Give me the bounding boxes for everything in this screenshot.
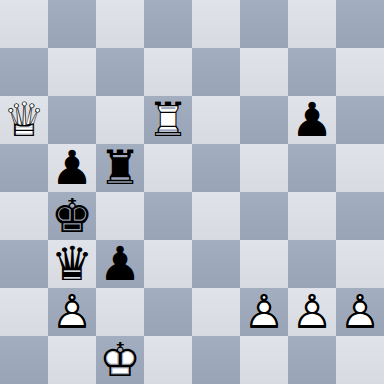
square-g4[interactable] — [288, 192, 336, 240]
square-h8[interactable] — [336, 0, 384, 48]
square-e2[interactable] — [192, 288, 240, 336]
square-b8[interactable] — [48, 0, 96, 48]
square-h1[interactable] — [336, 336, 384, 384]
square-e6[interactable] — [192, 96, 240, 144]
black-queen-icon: ♛ — [48, 240, 96, 288]
square-h5[interactable] — [336, 144, 384, 192]
square-f6[interactable] — [240, 96, 288, 144]
square-d2[interactable] — [144, 288, 192, 336]
square-c2[interactable] — [96, 288, 144, 336]
square-d8[interactable] — [144, 0, 192, 48]
square-b3[interactable]: ♛ — [48, 240, 96, 288]
chess-board-window: ♛♕♜♖♟♟♜♚♛♟♟♙♟♙♟♙♟♙♚♔ — [0, 0, 384, 384]
white-pawn-outline-icon: ♙ — [288, 288, 336, 336]
square-c4[interactable] — [96, 192, 144, 240]
square-g3[interactable] — [288, 240, 336, 288]
white-pawn-outline-icon: ♙ — [48, 288, 96, 336]
square-h4[interactable] — [336, 192, 384, 240]
square-d6[interactable]: ♜♖ — [144, 96, 192, 144]
square-b7[interactable] — [48, 48, 96, 96]
white-queen-outline-icon: ♕ — [0, 96, 48, 144]
square-g2[interactable]: ♟♙ — [288, 288, 336, 336]
square-c3[interactable]: ♟ — [96, 240, 144, 288]
white-pawn-g2[interactable]: ♟♙ — [288, 288, 336, 336]
square-d1[interactable] — [144, 336, 192, 384]
square-d7[interactable] — [144, 48, 192, 96]
square-a5[interactable] — [0, 144, 48, 192]
black-rook-c5[interactable]: ♜ — [96, 144, 144, 192]
square-a7[interactable] — [0, 48, 48, 96]
square-a8[interactable] — [0, 0, 48, 48]
square-c6[interactable] — [96, 96, 144, 144]
square-e1[interactable] — [192, 336, 240, 384]
square-c7[interactable] — [96, 48, 144, 96]
square-f3[interactable] — [240, 240, 288, 288]
black-pawn-icon: ♟ — [48, 144, 96, 192]
white-pawn-outline-icon: ♙ — [336, 288, 384, 336]
square-g7[interactable] — [288, 48, 336, 96]
black-pawn-g6[interactable]: ♟ — [288, 96, 336, 144]
square-g8[interactable] — [288, 0, 336, 48]
black-pawn-icon: ♟ — [96, 240, 144, 288]
square-a3[interactable] — [0, 240, 48, 288]
black-pawn-b5[interactable]: ♟ — [48, 144, 96, 192]
square-b6[interactable] — [48, 96, 96, 144]
square-a6[interactable]: ♛♕ — [0, 96, 48, 144]
square-b2[interactable]: ♟♙ — [48, 288, 96, 336]
white-rook-d6[interactable]: ♜♖ — [144, 96, 192, 144]
square-e5[interactable] — [192, 144, 240, 192]
square-b4[interactable]: ♚ — [48, 192, 96, 240]
white-rook-outline-icon: ♖ — [144, 96, 192, 144]
square-f2[interactable]: ♟♙ — [240, 288, 288, 336]
square-c1[interactable]: ♚♔ — [96, 336, 144, 384]
square-a2[interactable] — [0, 288, 48, 336]
square-f4[interactable] — [240, 192, 288, 240]
square-f5[interactable] — [240, 144, 288, 192]
square-g5[interactable] — [288, 144, 336, 192]
square-g1[interactable] — [288, 336, 336, 384]
square-h3[interactable] — [336, 240, 384, 288]
square-g6[interactable]: ♟ — [288, 96, 336, 144]
square-d3[interactable] — [144, 240, 192, 288]
square-e8[interactable] — [192, 0, 240, 48]
square-h6[interactable] — [336, 96, 384, 144]
white-queen-a6[interactable]: ♛♕ — [0, 96, 48, 144]
square-f1[interactable] — [240, 336, 288, 384]
square-f8[interactable] — [240, 0, 288, 48]
square-d5[interactable] — [144, 144, 192, 192]
chess-board: ♛♕♜♖♟♟♜♚♛♟♟♙♟♙♟♙♟♙♚♔ — [0, 0, 384, 384]
square-c5[interactable]: ♜ — [96, 144, 144, 192]
square-d4[interactable] — [144, 192, 192, 240]
square-a1[interactable] — [0, 336, 48, 384]
black-king-icon: ♚ — [48, 192, 96, 240]
white-pawn-f2[interactable]: ♟♙ — [240, 288, 288, 336]
white-king-c1[interactable]: ♚♔ — [96, 336, 144, 384]
black-rook-icon: ♜ — [96, 144, 144, 192]
black-pawn-icon: ♟ — [288, 96, 336, 144]
square-f7[interactable] — [240, 48, 288, 96]
square-e7[interactable] — [192, 48, 240, 96]
white-king-outline-icon: ♔ — [96, 336, 144, 384]
square-e4[interactable] — [192, 192, 240, 240]
white-pawn-b2[interactable]: ♟♙ — [48, 288, 96, 336]
square-b1[interactable] — [48, 336, 96, 384]
black-queen-b3[interactable]: ♛ — [48, 240, 96, 288]
white-pawn-outline-icon: ♙ — [240, 288, 288, 336]
black-king-b4[interactable]: ♚ — [48, 192, 96, 240]
square-h2[interactable]: ♟♙ — [336, 288, 384, 336]
square-a4[interactable] — [0, 192, 48, 240]
square-e3[interactable] — [192, 240, 240, 288]
white-pawn-h2[interactable]: ♟♙ — [336, 288, 384, 336]
square-b5[interactable]: ♟ — [48, 144, 96, 192]
black-pawn-c3[interactable]: ♟ — [96, 240, 144, 288]
square-c8[interactable] — [96, 0, 144, 48]
square-h7[interactable] — [336, 48, 384, 96]
